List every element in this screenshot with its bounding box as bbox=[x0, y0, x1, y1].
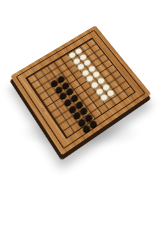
product-photo-scene: ··· ●●●●●●●●●●●●●●●●●●●●●●●●●●●●●●●● bbox=[0, 0, 160, 160]
